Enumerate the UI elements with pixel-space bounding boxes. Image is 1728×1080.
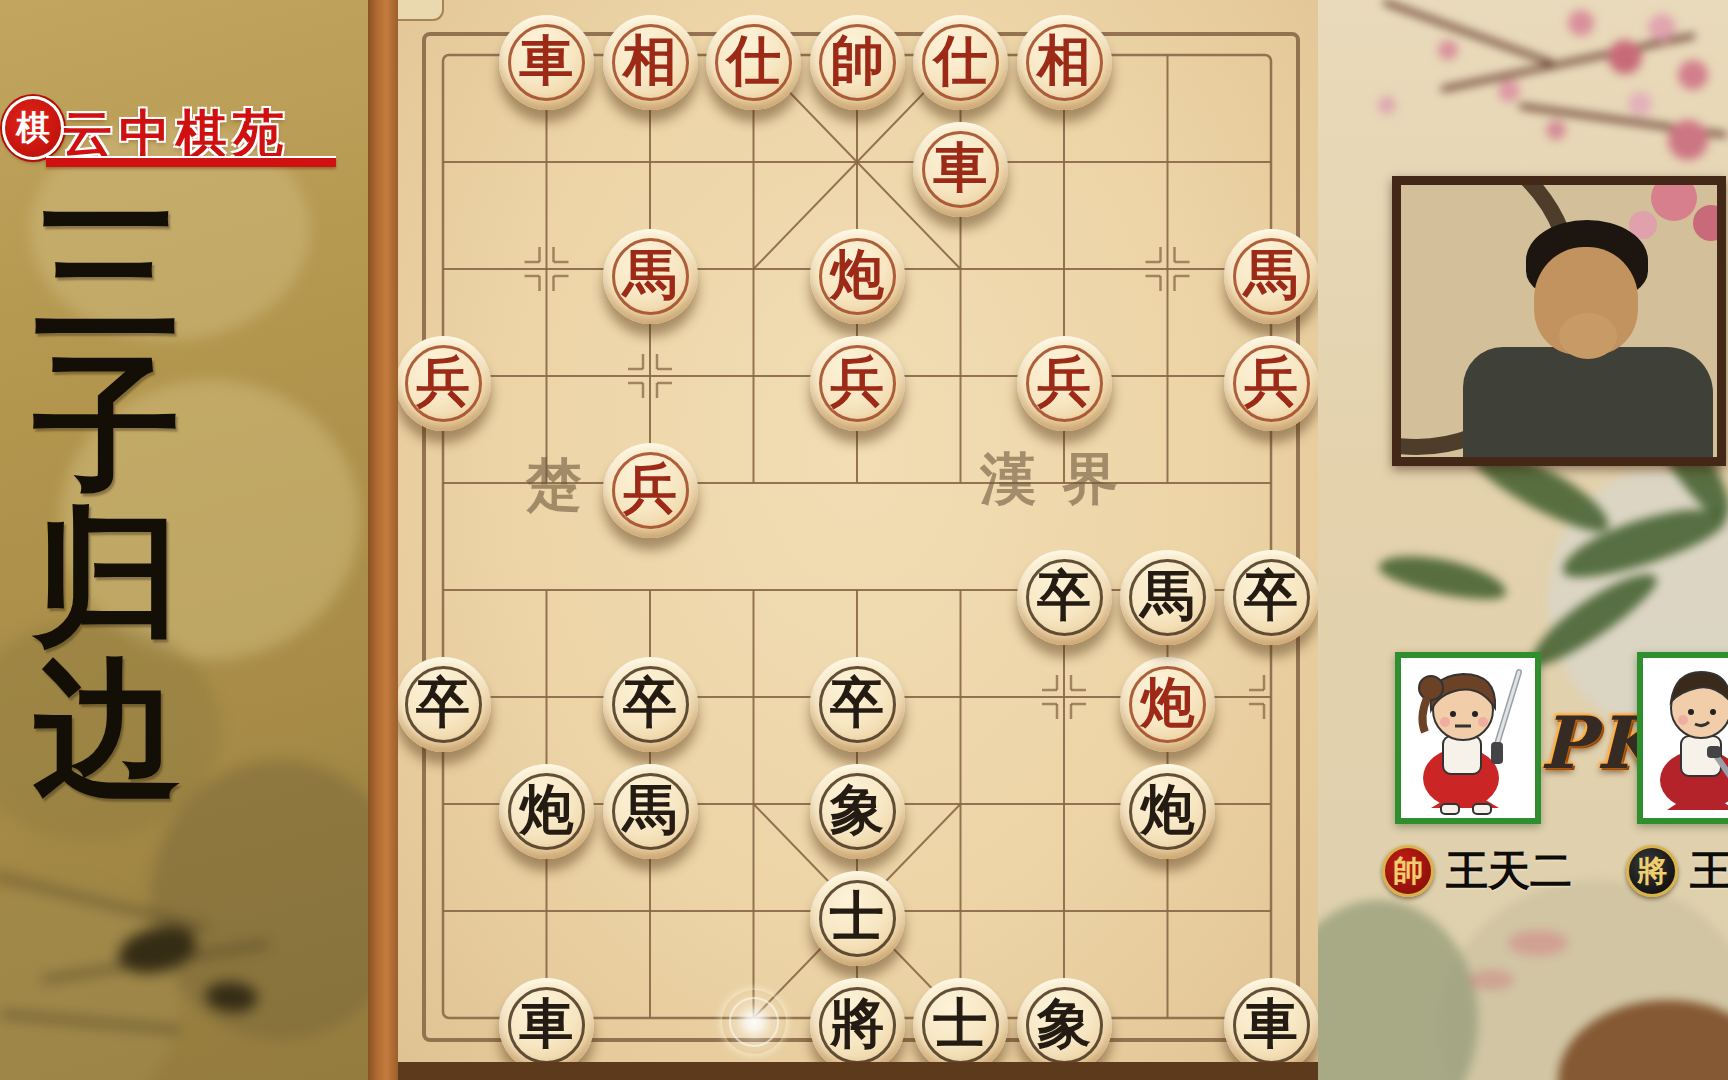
avatar-right-illustration [1643,658,1728,818]
piece-character: 相 [623,33,677,87]
piece-character: 車 [520,996,574,1050]
piece-black-將-f4r9[interactable]: 將 [810,978,905,1073]
board-bottom-edge [398,1062,1318,1080]
piece-character: 士 [934,996,988,1050]
player-hand [1559,313,1617,359]
player-red-name-row: 帥 王天二 [1382,843,1572,899]
title-char-2: 子 [18,348,196,500]
piece-red-馬-f2r2[interactable]: 馬 [603,229,698,324]
avatar-left-illustration [1401,658,1535,818]
piece-red-兵-f2r4[interactable]: 兵 [603,443,698,538]
frame-divider-strip [368,0,398,1080]
piece-character: 卒 [623,675,677,729]
piece-black-象-f4r7[interactable]: 象 [810,764,905,859]
piece-character: 車 [934,140,988,194]
piece-red-馬-f8r2[interactable]: 馬 [1224,229,1319,324]
player-red-name: 王天二 [1446,843,1572,899]
logo-underline [46,158,336,167]
pieces-layer: 車相仕帥仕相車馬炮馬兵兵兵兵兵炮卒馬卒卒卒卒炮馬象炮士車將士象車 [398,2,1318,1072]
piece-red-車-f1r0[interactable]: 車 [499,15,594,110]
piece-character: 卒 [416,675,470,729]
piece-red-兵-f4r3[interactable]: 兵 [810,336,905,431]
webcam-video [1392,176,1726,466]
piece-character: 馬 [623,782,677,836]
piece-character: 炮 [1141,782,1195,836]
piece-character: 仕 [934,33,988,87]
piece-black-卒-f8r5[interactable]: 卒 [1224,550,1319,645]
piece-black-炮-f1r7[interactable]: 炮 [499,764,594,859]
piece-character: 卒 [1037,568,1091,622]
piece-black-車-f8r9[interactable]: 車 [1224,978,1319,1073]
title-char-1: 三 [18,196,196,348]
piece-black-卒-f6r5[interactable]: 卒 [1017,550,1112,645]
piece-black-車-f1r9[interactable]: 車 [499,978,594,1073]
xiangqi-board: 楚河 漢界 車相仕帥仕相車馬炮馬兵兵兵兵兵炮卒馬卒卒卒卒炮馬象炮士車將士象車 [398,0,1318,1080]
title-char-4: 边 [18,652,196,804]
piece-character: 兵 [830,354,884,408]
piece-character: 車 [1244,996,1298,1050]
piece-black-士-f5r9[interactable]: 士 [913,978,1008,1073]
piece-red-仕-f5r0[interactable]: 仕 [913,15,1008,110]
piece-character: 馬 [1141,568,1195,622]
channel-logo-icon: 棋 [2,96,64,160]
player-torso [1463,347,1713,466]
title-char-3: 归 [18,500,196,652]
player-black-name-row: 將 王 [1626,843,1728,899]
right-panel-artwork [1318,0,1728,1080]
webcam-flower [1651,176,1697,221]
video-frame: 棋 云中棋苑 三 子 归 边 楚河 漢界 車相仕帥仕相車馬炮馬兵兵兵兵兵炮卒馬卒… [0,0,1728,1080]
piece-red-兵-f6r3[interactable]: 兵 [1017,336,1112,431]
piece-character: 卒 [830,675,884,729]
piece-black-卒-f2r6[interactable]: 卒 [603,657,698,752]
right-players-panel: PK 帥 王天二 將 王 [1318,0,1728,1080]
piece-red-炮-f7r6[interactable]: 炮 [1120,657,1215,752]
black-side-badge: 將 [1626,845,1678,897]
piece-character: 仕 [727,33,781,87]
piece-character: 將 [830,996,884,1050]
piece-character: 兵 [416,354,470,408]
piece-black-卒-f4r6[interactable]: 卒 [810,657,905,752]
piece-red-兵-f0r3[interactable]: 兵 [398,336,491,431]
episode-title-calligraphy: 三 子 归 边 [18,196,196,804]
piece-red-仕-f3r0[interactable]: 仕 [706,15,801,110]
piece-black-炮-f7r7[interactable]: 炮 [1120,764,1215,859]
piece-character: 相 [1037,33,1091,87]
piece-character: 兵 [623,461,677,515]
last-move-origin-marker [722,990,786,1054]
piece-character: 車 [520,33,574,87]
piece-character: 馬 [1244,247,1298,301]
piece-black-馬-f2r7[interactable]: 馬 [603,764,698,859]
piece-character: 士 [830,889,884,943]
piece-black-馬-f7r5[interactable]: 馬 [1120,550,1215,645]
piece-character: 炮 [1141,675,1195,729]
piece-red-車-f5r1[interactable]: 車 [913,122,1008,217]
red-side-badge: 帥 [1382,845,1434,897]
piece-character: 炮 [520,782,574,836]
piece-character: 炮 [830,247,884,301]
piece-red-炮-f4r2[interactable]: 炮 [810,229,905,324]
piece-red-兵-f8r3[interactable]: 兵 [1224,336,1319,431]
avatar-left-frame [1395,652,1541,824]
piece-character: 象 [830,782,884,836]
piece-black-卒-f0r6[interactable]: 卒 [398,657,491,752]
piece-character: 馬 [623,247,677,301]
avatar-right-frame [1637,652,1728,824]
left-title-panel: 棋 云中棋苑 三 子 归 边 [0,0,368,1080]
piece-character: 帥 [830,33,884,87]
piece-red-帥-f4r0[interactable]: 帥 [810,15,905,110]
webcam-flower [1693,205,1726,241]
piece-character: 象 [1037,996,1091,1050]
piece-red-相-f6r0[interactable]: 相 [1017,15,1112,110]
piece-character: 兵 [1037,354,1091,408]
piece-black-象-f6r9[interactable]: 象 [1017,978,1112,1073]
piece-red-相-f2r0[interactable]: 相 [603,15,698,110]
player-black-name: 王 [1690,843,1728,899]
piece-black-士-f4r8[interactable]: 士 [810,871,905,966]
piece-character: 兵 [1244,354,1298,408]
piece-character: 卒 [1244,568,1298,622]
